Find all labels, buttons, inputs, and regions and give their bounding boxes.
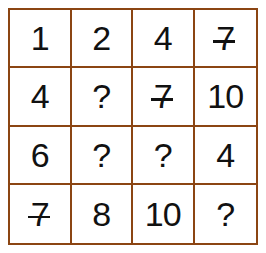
cell-value: 4 [216,138,234,172]
grid-cell[interactable]: 4 [195,127,257,185]
grid-cell[interactable]: 7 [195,10,257,68]
grid-cell[interactable]: 4 [133,10,195,68]
grid-cell[interactable]: 2 [72,10,134,68]
grid-cell[interactable]: ? [133,127,195,185]
grid-cell[interactable]: ? [72,127,134,185]
cell-value: 10 [145,197,181,231]
grid-cell[interactable]: 6 [10,127,72,185]
cell-value: 7 [216,21,234,55]
cell-value: 6 [31,138,49,172]
grid-cell[interactable]: ? [72,68,134,126]
puzzle-page: 12474?7106??47810? [0,0,266,253]
puzzle-board: 12474?7106??47810? [8,8,258,245]
cell-value: 8 [92,197,110,231]
grid-cell[interactable]: ? [195,185,257,243]
unknown-cell-value: ? [154,138,172,172]
cell-value: 7 [31,197,49,231]
cell-value: 4 [31,79,49,113]
cell-value: 4 [154,21,172,55]
grid-cell[interactable]: 8 [72,185,134,243]
cell-value: 10 [207,79,243,113]
cell-value: 2 [92,21,110,55]
grid-cell[interactable]: 10 [133,185,195,243]
unknown-cell-value: ? [92,79,110,113]
grid-cell[interactable]: 10 [195,68,257,126]
grid-cell[interactable]: 7 [133,68,195,126]
grid-cell[interactable]: 7 [10,185,72,243]
grid-cell[interactable]: 1 [10,10,72,68]
unknown-cell-value: ? [92,138,110,172]
cell-value: 1 [31,21,49,55]
cell-value: 7 [154,79,172,113]
grid-cell[interactable]: 4 [10,68,72,126]
unknown-cell-value: ? [216,197,234,231]
